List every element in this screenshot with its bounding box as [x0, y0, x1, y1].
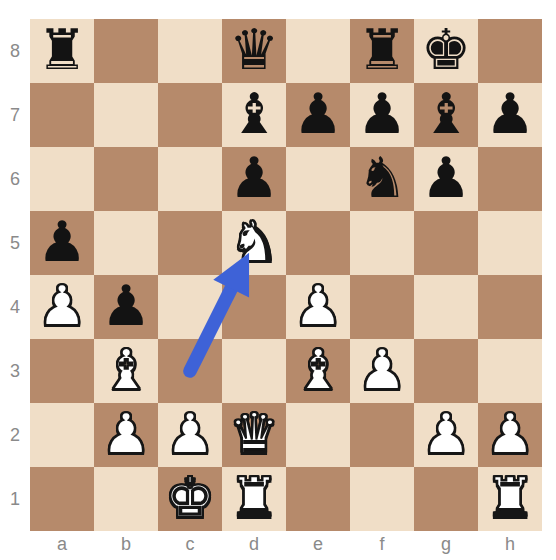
file-label-d: d — [222, 531, 286, 558]
black-pawn-a5[interactable]: ♟ — [37, 214, 87, 270]
square-g3[interactable] — [414, 339, 478, 403]
black-king-g8[interactable]: ♚ — [421, 22, 471, 78]
square-f1[interactable] — [350, 467, 414, 531]
file-label-a: a — [30, 531, 94, 558]
square-a1[interactable] — [30, 467, 94, 531]
black-pawn-d6[interactable]: ♟ — [229, 150, 279, 206]
black-knight-f6[interactable]: ♞ — [357, 150, 407, 206]
square-c5[interactable] — [158, 211, 222, 275]
square-e4[interactable]: ♟ — [286, 275, 350, 339]
rank-label-7: 7 — [2, 83, 28, 147]
square-f8[interactable]: ♜ — [350, 19, 414, 83]
square-d2[interactable]: ♛ — [222, 403, 286, 467]
black-pawn-e7[interactable]: ♟ — [293, 86, 343, 142]
white-rook-d1[interactable]: ♜ — [229, 470, 279, 526]
square-e2[interactable] — [286, 403, 350, 467]
square-h6[interactable] — [478, 147, 542, 211]
black-pawn-f7[interactable]: ♟ — [357, 86, 407, 142]
square-c8[interactable] — [158, 19, 222, 83]
square-c3[interactable] — [158, 339, 222, 403]
black-pawn-h7[interactable]: ♟ — [485, 86, 535, 142]
square-c6[interactable] — [158, 147, 222, 211]
square-h1[interactable]: ♜ — [478, 467, 542, 531]
square-d8[interactable]: ♛ — [222, 19, 286, 83]
rank-label-6: 6 — [2, 147, 28, 211]
rank-label-1: 1 — [2, 467, 28, 531]
rank-label-8: 8 — [2, 19, 28, 83]
white-queen-d2[interactable]: ♛ — [229, 406, 279, 462]
file-label-c: c — [158, 531, 222, 558]
white-knight-d5[interactable]: ♞ — [229, 214, 279, 270]
square-b2[interactable]: ♟ — [94, 403, 158, 467]
square-a2[interactable] — [30, 403, 94, 467]
square-h5[interactable] — [478, 211, 542, 275]
square-g7[interactable]: ♝ — [414, 83, 478, 147]
white-pawn-c2[interactable]: ♟ — [165, 406, 215, 462]
square-f4[interactable] — [350, 275, 414, 339]
square-b8[interactable] — [94, 19, 158, 83]
square-c4[interactable] — [158, 275, 222, 339]
rank-label-3: 3 — [2, 339, 28, 403]
file-label-g: g — [414, 531, 478, 558]
white-pawn-b2[interactable]: ♟ — [101, 406, 151, 462]
black-bishop-g7[interactable]: ♝ — [421, 86, 471, 142]
square-f5[interactable] — [350, 211, 414, 275]
square-a5[interactable]: ♟ — [30, 211, 94, 275]
file-label-f: f — [350, 531, 414, 558]
square-b5[interactable] — [94, 211, 158, 275]
file-label-b: b — [94, 531, 158, 558]
black-rook-a8[interactable]: ♜ — [37, 22, 87, 78]
square-d6[interactable]: ♟ — [222, 147, 286, 211]
square-b1[interactable] — [94, 467, 158, 531]
square-h8[interactable] — [478, 19, 542, 83]
square-a6[interactable] — [30, 147, 94, 211]
square-b3[interactable]: ♝ — [94, 339, 158, 403]
black-pawn-b4[interactable]: ♟ — [101, 278, 151, 334]
square-f3[interactable]: ♟ — [350, 339, 414, 403]
square-g6[interactable]: ♟ — [414, 147, 478, 211]
square-b7[interactable] — [94, 83, 158, 147]
white-pawn-g2[interactable]: ♟ — [421, 406, 471, 462]
white-rook-h1[interactable]: ♜ — [485, 470, 535, 526]
white-pawn-a4[interactable]: ♟ — [37, 278, 87, 334]
white-pawn-h2[interactable]: ♟ — [485, 406, 535, 462]
square-c2[interactable]: ♟ — [158, 403, 222, 467]
square-a7[interactable] — [30, 83, 94, 147]
square-h3[interactable] — [478, 339, 542, 403]
chess-board: ♜♛♜♚♝♟♟♝♟♟♞♟♟♞♟♟♟♝♝♟♟♟♛♟♟♚♜♜ — [30, 19, 542, 531]
square-e1[interactable] — [286, 467, 350, 531]
square-d4[interactable] — [222, 275, 286, 339]
rank-label-5: 5 — [2, 211, 28, 275]
square-b4[interactable]: ♟ — [94, 275, 158, 339]
square-e6[interactable] — [286, 147, 350, 211]
square-a3[interactable] — [30, 339, 94, 403]
white-pawn-f3[interactable]: ♟ — [357, 342, 407, 398]
square-g8[interactable]: ♚ — [414, 19, 478, 83]
file-label-e: e — [286, 531, 350, 558]
square-g2[interactable]: ♟ — [414, 403, 478, 467]
square-d3[interactable] — [222, 339, 286, 403]
black-pawn-g6[interactable]: ♟ — [421, 150, 471, 206]
white-king-c1[interactable]: ♚ — [165, 470, 215, 526]
square-d1[interactable]: ♜ — [222, 467, 286, 531]
square-g5[interactable] — [414, 211, 478, 275]
square-e7[interactable]: ♟ — [286, 83, 350, 147]
square-h4[interactable] — [478, 275, 542, 339]
square-h7[interactable]: ♟ — [478, 83, 542, 147]
square-f2[interactable] — [350, 403, 414, 467]
white-pawn-e4[interactable]: ♟ — [293, 278, 343, 334]
black-rook-f8[interactable]: ♜ — [357, 22, 407, 78]
square-g1[interactable] — [414, 467, 478, 531]
square-h2[interactable]: ♟ — [478, 403, 542, 467]
square-e8[interactable] — [286, 19, 350, 83]
square-f7[interactable]: ♟ — [350, 83, 414, 147]
square-a8[interactable]: ♜ — [30, 19, 94, 83]
square-e5[interactable] — [286, 211, 350, 275]
chess-board-app: 87654321 ♜♛♜♚♝♟♟♝♟♟♞♟♟♞♟♟♟♝♝♟♟♟♛♟♟♚♜♜ ab… — [0, 0, 556, 560]
white-bishop-b3[interactable]: ♝ — [101, 342, 151, 398]
square-d5[interactable]: ♞ — [222, 211, 286, 275]
black-queen-d8[interactable]: ♛ — [229, 22, 279, 78]
square-f6[interactable]: ♞ — [350, 147, 414, 211]
rank-label-2: 2 — [2, 403, 28, 467]
black-bishop-d7[interactable]: ♝ — [229, 86, 279, 142]
square-g4[interactable] — [414, 275, 478, 339]
rank-label-4: 4 — [2, 275, 28, 339]
file-label-h: h — [478, 531, 542, 558]
square-a4[interactable]: ♟ — [30, 275, 94, 339]
square-e3[interactable]: ♝ — [286, 339, 350, 403]
square-c7[interactable] — [158, 83, 222, 147]
square-c1[interactable]: ♚ — [158, 467, 222, 531]
square-b6[interactable] — [94, 147, 158, 211]
white-bishop-e3[interactable]: ♝ — [293, 342, 343, 398]
square-d7[interactable]: ♝ — [222, 83, 286, 147]
